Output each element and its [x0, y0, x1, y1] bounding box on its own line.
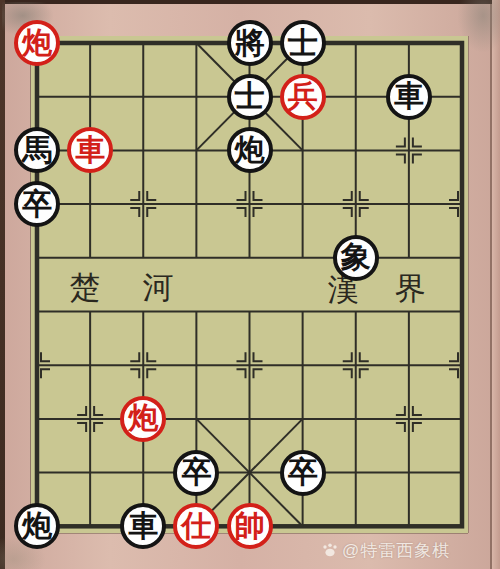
piece-black-soldier[interactable]: 卒	[280, 450, 326, 496]
piece-black-soldier[interactable]: 卒	[14, 181, 60, 227]
piece-black-elephant[interactable]: 象	[333, 235, 379, 281]
xiangqi-app: 楚 河 漢 界 炮將士士兵車馬車炮卒象炮卒卒炮車仕帥 @特雷西象棋	[0, 0, 500, 569]
piece-red-cannon[interactable]: 炮	[14, 20, 60, 66]
piece-black-advisor[interactable]: 士	[280, 20, 326, 66]
piece-black-cannon[interactable]: 炮	[14, 503, 60, 549]
river-label-he: 河	[143, 267, 174, 309]
piece-black-cannon[interactable]: 炮	[227, 127, 273, 173]
piece-red-soldier[interactable]: 兵	[280, 74, 326, 120]
piece-red-cannon[interactable]: 炮	[120, 396, 166, 442]
piece-black-soldier[interactable]: 卒	[173, 450, 219, 496]
watermark: @特雷西象棋	[322, 539, 450, 561]
piece-black-advisor[interactable]: 士	[227, 74, 273, 120]
river-label-chu: 楚	[70, 267, 101, 309]
river-label-jie: 界	[395, 268, 426, 310]
piece-red-general[interactable]: 帥	[227, 503, 273, 549]
piece-black-general[interactable]: 將	[227, 20, 273, 66]
paw-icon	[322, 542, 338, 558]
piece-black-chariot[interactable]: 車	[386, 74, 432, 120]
watermark-text: @特雷西象棋	[342, 539, 450, 562]
